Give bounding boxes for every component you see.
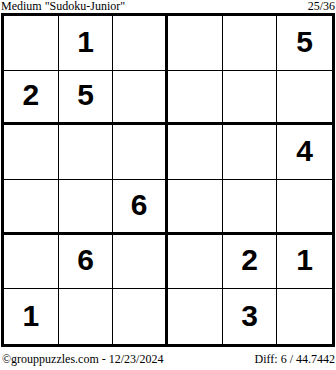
cell-r1c2-given[interactable]: 1 [59, 16, 114, 71]
cell-r5c3-empty[interactable] [113, 235, 168, 290]
cell-r6c4-empty[interactable] [168, 289, 223, 344]
header: Medium "Sudoku-Junior" 25/36 [0, 0, 336, 13]
puzzle-title: Medium "Sudoku-Junior" [1, 0, 125, 13]
cell-r3c6-given[interactable]: 4 [277, 125, 332, 180]
cell-r5c4-empty[interactable] [168, 235, 223, 290]
cell-r2c2-given[interactable]: 5 [59, 71, 114, 126]
sudoku-board: 15254662113 [1, 13, 335, 347]
cell-r3c1-empty[interactable] [4, 125, 59, 180]
cell-r4c1-empty[interactable] [4, 180, 59, 235]
cell-r2c5-empty[interactable] [223, 71, 278, 126]
difficulty-rating: Diff: 6 / 44.7442 [255, 352, 335, 366]
cell-r3c4-empty[interactable] [168, 125, 223, 180]
cell-r4c5-empty[interactable] [223, 180, 278, 235]
cell-r5c5-given[interactable]: 2 [223, 235, 278, 290]
cell-r1c1-empty[interactable] [4, 16, 59, 71]
cell-r3c2-empty[interactable] [59, 125, 114, 180]
cell-r1c3-empty[interactable] [113, 16, 168, 71]
cell-r5c6-given[interactable]: 1 [277, 235, 332, 290]
cell-r3c5-empty[interactable] [223, 125, 278, 180]
cell-r6c2-empty[interactable] [59, 289, 114, 344]
remaining-cells-counter: 25/36 [308, 0, 335, 13]
cell-r4c4-empty[interactable] [168, 180, 223, 235]
cell-r1c5-empty[interactable] [223, 16, 278, 71]
cell-r6c3-empty[interactable] [113, 289, 168, 344]
cell-r5c1-empty[interactable] [4, 235, 59, 290]
footer: ©grouppuzzles.com - 12/23/2024 Diff: 6 /… [0, 352, 336, 367]
cell-r2c3-empty[interactable] [113, 71, 168, 126]
puzzle-page: Medium "Sudoku-Junior" 25/36 15254662113… [0, 0, 336, 370]
cell-r4c2-empty[interactable] [59, 180, 114, 235]
cell-r2c1-given[interactable]: 2 [4, 71, 59, 126]
cell-r6c6-empty[interactable] [277, 289, 332, 344]
cell-r4c6-empty[interactable] [277, 180, 332, 235]
copyright-date: ©grouppuzzles.com - 12/23/2024 [2, 352, 163, 366]
cell-r5c2-given[interactable]: 6 [59, 235, 114, 290]
cell-r4c3-given[interactable]: 6 [113, 180, 168, 235]
cell-r2c4-empty[interactable] [168, 71, 223, 126]
cell-r1c6-given[interactable]: 5 [277, 16, 332, 71]
cell-r6c1-given[interactable]: 1 [4, 289, 59, 344]
cell-r2c6-empty[interactable] [277, 71, 332, 126]
cell-r3c3-empty[interactable] [113, 125, 168, 180]
cell-r6c5-given[interactable]: 3 [223, 289, 278, 344]
cell-r1c4-empty[interactable] [168, 16, 223, 71]
